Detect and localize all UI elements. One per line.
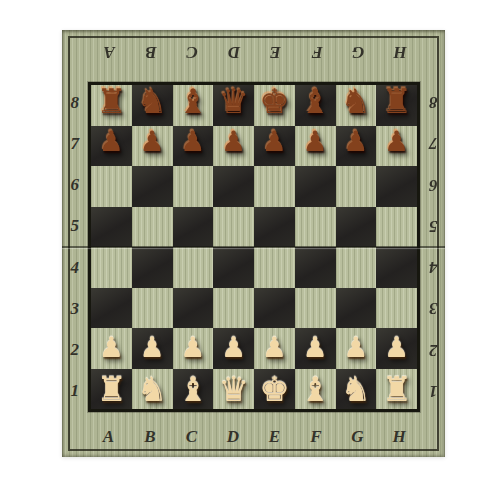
piece-black-queen-d8: ♛ (218, 84, 248, 118)
square-e8: ♚ (254, 85, 295, 126)
square-h8: ♜ (376, 85, 417, 126)
coordinate-label: G (337, 422, 379, 452)
coordinate-label: G (337, 37, 379, 67)
coordinate-label: E (254, 37, 296, 67)
square-f5 (295, 207, 336, 248)
square-h5 (376, 207, 417, 248)
coordinate-label: A (88, 422, 130, 452)
square-b7: ♟ (132, 126, 173, 167)
coordinate-label: C (171, 37, 213, 67)
square-e7: ♟ (254, 126, 295, 167)
coordinate-label: 7 (62, 123, 88, 164)
square-e2: ♟ (254, 328, 295, 369)
piece-black-pawn-g7: ♟ (343, 128, 368, 156)
piece-white-pawn-c2: ♟ (180, 334, 205, 362)
product-photo: ABCDEFGH ABCDEFGH 87654321 87654321 ♜♞♝♛… (0, 0, 500, 500)
square-e4 (254, 247, 295, 288)
square-e1: ♚ (254, 369, 295, 410)
square-a2: ♟ (91, 328, 132, 369)
square-g3 (336, 288, 377, 329)
piece-black-king-e8: ♚ (259, 84, 289, 118)
square-b1: ♞ (132, 369, 173, 410)
square-a8: ♜ (91, 85, 132, 126)
coordinate-label: 5 (62, 206, 88, 247)
coordinate-label: 3 (421, 288, 445, 329)
piece-white-pawn-d2: ♟ (221, 334, 246, 362)
square-f8: ♝ (295, 85, 336, 126)
piece-white-rook-h1: ♜ (381, 372, 411, 406)
coordinate-label: H (379, 422, 421, 452)
square-b5 (132, 207, 173, 248)
coordinate-label: 3 (62, 288, 88, 329)
square-g8: ♞ (336, 85, 377, 126)
square-a1: ♜ (91, 369, 132, 410)
coordinate-label: 1 (421, 371, 445, 412)
coordinate-label: 8 (62, 82, 88, 123)
piece-black-pawn-c7: ♟ (180, 128, 205, 156)
piece-black-bishop-f8: ♝ (300, 84, 330, 118)
square-b4 (132, 247, 173, 288)
piece-white-pawn-e2: ♟ (262, 334, 287, 362)
piece-white-pawn-h2: ♟ (384, 334, 409, 362)
piece-black-pawn-b7: ♟ (140, 128, 165, 156)
coordinate-label: A (88, 37, 130, 67)
square-h4 (376, 247, 417, 288)
coordinate-label: 5 (421, 206, 445, 247)
piece-black-bishop-c8: ♝ (178, 84, 208, 118)
piece-white-pawn-g2: ♟ (343, 334, 368, 362)
piece-white-king-e1: ♚ (259, 372, 289, 406)
square-h1: ♜ (376, 369, 417, 410)
square-b3 (132, 288, 173, 329)
piece-black-pawn-h7: ♟ (384, 128, 409, 156)
coordinate-label: 6 (421, 165, 445, 206)
piece-white-knight-g1: ♞ (341, 372, 371, 406)
rank-labels-right: 87654321 (421, 82, 445, 412)
coordinate-label: F (296, 37, 338, 67)
coordinate-label: 1 (62, 371, 88, 412)
square-f4 (295, 247, 336, 288)
square-h3 (376, 288, 417, 329)
piece-white-bishop-c1: ♝ (178, 372, 208, 406)
square-d3 (213, 288, 254, 329)
square-b6 (132, 166, 173, 207)
piece-black-pawn-a7: ♟ (99, 128, 124, 156)
square-g7: ♟ (336, 126, 377, 167)
square-c8: ♝ (173, 85, 214, 126)
square-c6 (173, 166, 214, 207)
file-labels-top: ABCDEFGH (88, 37, 420, 67)
playing-area: ♜♞♝♛♚♝♞♜♟♟♟♟♟♟♟♟♟♟♟♟♟♟♟♟♜♞♝♛♚♝♞♜ (88, 82, 420, 412)
square-c7: ♟ (173, 126, 214, 167)
piece-white-pawn-b2: ♟ (140, 334, 165, 362)
square-a6 (91, 166, 132, 207)
square-f3 (295, 288, 336, 329)
square-c2: ♟ (173, 328, 214, 369)
coordinate-label: F (296, 422, 338, 452)
square-b8: ♞ (132, 85, 173, 126)
square-f2: ♟ (295, 328, 336, 369)
square-d2: ♟ (213, 328, 254, 369)
piece-black-rook-a8: ♜ (96, 84, 126, 118)
piece-white-queen-d1: ♛ (218, 372, 248, 406)
square-h2: ♟ (376, 328, 417, 369)
coordinate-label: C (171, 422, 213, 452)
square-a4 (91, 247, 132, 288)
coordinate-label: B (130, 37, 172, 67)
square-f6 (295, 166, 336, 207)
piece-white-knight-b1: ♞ (137, 372, 167, 406)
coordinate-label: D (213, 37, 255, 67)
square-e5 (254, 207, 295, 248)
piece-white-pawn-a2: ♟ (99, 334, 124, 362)
square-c1: ♝ (173, 369, 214, 410)
square-g4 (336, 247, 377, 288)
square-g1: ♞ (336, 369, 377, 410)
piece-white-bishop-f1: ♝ (300, 372, 330, 406)
coordinate-label: D (213, 422, 255, 452)
piece-black-pawn-d7: ♟ (221, 128, 246, 156)
square-g2: ♟ (336, 328, 377, 369)
square-d5 (213, 207, 254, 248)
piece-black-pawn-f7: ♟ (303, 128, 328, 156)
square-a7: ♟ (91, 126, 132, 167)
square-g6 (336, 166, 377, 207)
square-h7: ♟ (376, 126, 417, 167)
square-d7: ♟ (213, 126, 254, 167)
square-c3 (173, 288, 214, 329)
piece-white-pawn-f2: ♟ (303, 334, 328, 362)
coordinate-label: H (379, 37, 421, 67)
coordinate-label: 8 (421, 82, 445, 123)
rank-labels-left: 87654321 (62, 82, 88, 412)
coordinate-label: 2 (421, 330, 445, 371)
square-a3 (91, 288, 132, 329)
square-d4 (213, 247, 254, 288)
piece-black-knight-b8: ♞ (137, 84, 167, 118)
coordinate-label: B (130, 422, 172, 452)
coordinate-label: 4 (421, 247, 445, 288)
coordinate-label: E (254, 422, 296, 452)
coordinate-label: 2 (62, 330, 88, 371)
square-c5 (173, 207, 214, 248)
coordinate-label: 7 (421, 123, 445, 164)
square-b2: ♟ (132, 328, 173, 369)
square-f7: ♟ (295, 126, 336, 167)
square-c4 (173, 247, 214, 288)
file-labels-bottom: ABCDEFGH (88, 422, 420, 452)
square-a5 (91, 207, 132, 248)
piece-black-pawn-e7: ♟ (262, 128, 287, 156)
square-d8: ♛ (213, 85, 254, 126)
square-d1: ♛ (213, 369, 254, 410)
square-h6 (376, 166, 417, 207)
coordinate-label: 4 (62, 247, 88, 288)
piece-black-rook-h8: ♜ (381, 84, 411, 118)
square-g5 (336, 207, 377, 248)
square-e3 (254, 288, 295, 329)
square-d6 (213, 166, 254, 207)
piece-white-rook-a1: ♜ (96, 372, 126, 406)
square-e6 (254, 166, 295, 207)
coordinate-label: 6 (62, 165, 88, 206)
chessboard: ABCDEFGH ABCDEFGH 87654321 87654321 ♜♞♝♛… (62, 30, 445, 457)
square-f1: ♝ (295, 369, 336, 410)
piece-black-knight-g8: ♞ (341, 84, 371, 118)
